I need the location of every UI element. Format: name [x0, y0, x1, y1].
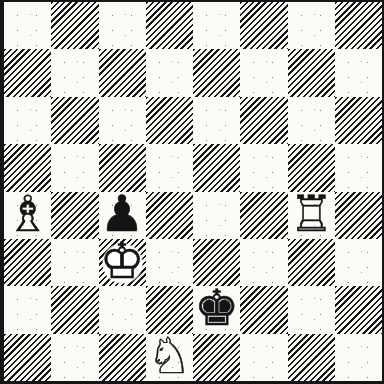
square-d7[interactable] — [146, 49, 193, 96]
square-a4[interactable]: ♗ — [4, 192, 51, 239]
square-a2[interactable] — [4, 286, 51, 333]
square-e1[interactable] — [193, 334, 240, 381]
square-d1[interactable]: ♘ — [146, 334, 193, 381]
square-f5[interactable] — [240, 144, 287, 191]
square-g7[interactable] — [288, 49, 335, 96]
square-b7[interactable] — [51, 49, 98, 96]
square-c7[interactable] — [99, 49, 146, 96]
square-h1[interactable] — [335, 334, 382, 381]
square-d5[interactable] — [146, 144, 193, 191]
square-h6[interactable] — [335, 97, 382, 144]
piece-white-bishop[interactable]: ♗ — [5, 191, 50, 238]
square-c6[interactable] — [99, 97, 146, 144]
piece-black-pawn[interactable]: ♟ — [100, 191, 145, 238]
square-h8[interactable] — [335, 2, 382, 49]
square-c8[interactable] — [99, 2, 146, 49]
piece-white-rook[interactable]: ♖ — [289, 191, 334, 238]
square-e8[interactable] — [193, 2, 240, 49]
square-c1[interactable] — [99, 334, 146, 381]
square-a8[interactable] — [4, 2, 51, 49]
square-f6[interactable] — [240, 97, 287, 144]
square-g6[interactable] — [288, 97, 335, 144]
square-a6[interactable] — [4, 97, 51, 144]
square-f2[interactable] — [240, 286, 287, 333]
piece-black-king[interactable]: ♚ — [194, 285, 239, 332]
square-h2[interactable] — [335, 286, 382, 333]
square-b5[interactable] — [51, 144, 98, 191]
square-a1[interactable] — [4, 334, 51, 381]
square-h3[interactable] — [335, 239, 382, 286]
square-d4[interactable] — [146, 192, 193, 239]
square-e2[interactable]: ♚ — [193, 286, 240, 333]
square-g4[interactable]: ♖ — [288, 192, 335, 239]
square-b3[interactable] — [51, 239, 98, 286]
chess-board: ♗♟♖♔♚♘ — [0, 0, 384, 384]
square-e7[interactable] — [193, 49, 240, 96]
square-b6[interactable] — [51, 97, 98, 144]
square-b4[interactable] — [51, 192, 98, 239]
square-f1[interactable] — [240, 334, 287, 381]
square-h4[interactable] — [335, 192, 382, 239]
square-h5[interactable] — [335, 144, 382, 191]
square-d8[interactable] — [146, 2, 193, 49]
square-d6[interactable] — [146, 97, 193, 144]
square-e5[interactable] — [193, 144, 240, 191]
square-f3[interactable] — [240, 239, 287, 286]
square-c3[interactable]: ♔ — [99, 239, 146, 286]
square-g3[interactable] — [288, 239, 335, 286]
square-d3[interactable] — [146, 239, 193, 286]
square-c2[interactable] — [99, 286, 146, 333]
square-b8[interactable] — [51, 2, 98, 49]
piece-white-king[interactable]: ♔ — [100, 238, 145, 285]
square-g1[interactable] — [288, 334, 335, 381]
square-a3[interactable] — [4, 239, 51, 286]
square-f8[interactable] — [240, 2, 287, 49]
square-b1[interactable] — [51, 334, 98, 381]
square-a7[interactable] — [4, 49, 51, 96]
square-e6[interactable] — [193, 97, 240, 144]
square-e4[interactable] — [193, 192, 240, 239]
piece-white-knight[interactable]: ♘ — [147, 333, 192, 380]
square-f7[interactable] — [240, 49, 287, 96]
square-b2[interactable] — [51, 286, 98, 333]
square-g2[interactable] — [288, 286, 335, 333]
square-g8[interactable] — [288, 2, 335, 49]
square-h7[interactable] — [335, 49, 382, 96]
square-f4[interactable] — [240, 192, 287, 239]
